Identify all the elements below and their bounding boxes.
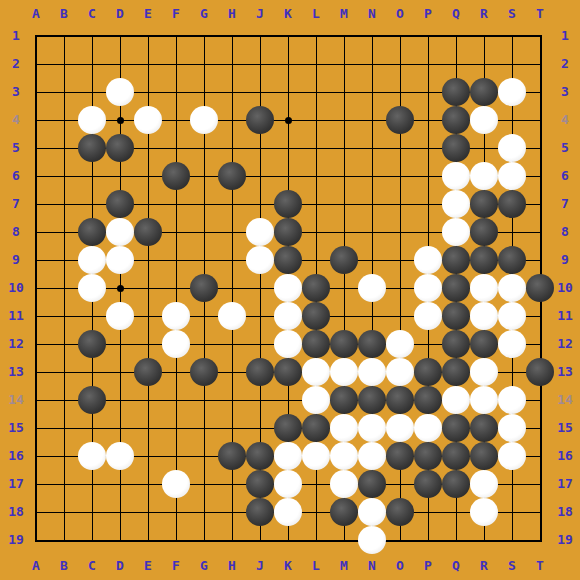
col-label-bottom-P: P — [418, 558, 438, 574]
stone-black-G10 — [190, 274, 218, 302]
col-label-top-T: T — [530, 6, 550, 22]
stone-white-R6 — [470, 162, 498, 190]
stone-black-E13 — [134, 358, 162, 386]
col-label-top-G: G — [194, 6, 214, 22]
col-label-top-R: R — [474, 6, 494, 22]
stone-black-M9 — [330, 246, 358, 274]
stone-white-Q7 — [442, 190, 470, 218]
stone-black-K8 — [274, 218, 302, 246]
stone-white-G4 — [190, 106, 218, 134]
stone-white-S15 — [498, 414, 526, 442]
col-label-bottom-B: B — [54, 558, 74, 574]
stone-black-N12 — [358, 330, 386, 358]
stone-white-N10 — [358, 274, 386, 302]
stone-white-S5 — [498, 134, 526, 162]
stone-white-D8 — [106, 218, 134, 246]
row-label-left-5: 5 — [6, 140, 26, 156]
stone-white-S12 — [498, 330, 526, 358]
col-label-top-L: L — [306, 6, 326, 22]
col-label-top-F: F — [166, 6, 186, 22]
stone-white-N15 — [358, 414, 386, 442]
stone-white-R17 — [470, 470, 498, 498]
stone-white-K12 — [274, 330, 302, 358]
col-label-top-P: P — [418, 6, 438, 22]
stone-white-O15 — [386, 414, 414, 442]
stone-white-F17 — [162, 470, 190, 498]
stone-white-N19 — [358, 526, 386, 554]
stone-black-D7 — [106, 190, 134, 218]
stone-white-S16 — [498, 442, 526, 470]
row-label-right-5: 5 — [555, 140, 575, 156]
stone-black-C8 — [78, 218, 106, 246]
col-label-top-N: N — [362, 6, 382, 22]
col-label-top-D: D — [110, 6, 130, 22]
stone-white-J8 — [246, 218, 274, 246]
stone-white-C16 — [78, 442, 106, 470]
stone-black-H16 — [218, 442, 246, 470]
row-label-left-3: 3 — [6, 84, 26, 100]
stone-white-R4 — [470, 106, 498, 134]
stone-white-R13 — [470, 358, 498, 386]
row-label-left-15: 15 — [6, 420, 26, 436]
col-label-bottom-H: H — [222, 558, 242, 574]
stone-black-Q4 — [442, 106, 470, 134]
row-label-right-6: 6 — [555, 168, 575, 184]
stone-black-S9 — [498, 246, 526, 274]
stone-black-T13 — [526, 358, 554, 386]
stone-white-S3 — [498, 78, 526, 106]
col-label-top-C: C — [82, 6, 102, 22]
stone-black-P16 — [414, 442, 442, 470]
row-label-right-17: 17 — [555, 476, 575, 492]
row-label-right-7: 7 — [555, 196, 575, 212]
row-label-right-1: 1 — [555, 28, 575, 44]
stone-black-M12 — [330, 330, 358, 358]
stone-black-H6 — [218, 162, 246, 190]
row-label-right-9: 9 — [555, 252, 575, 268]
stone-white-P9 — [414, 246, 442, 274]
stone-white-R14 — [470, 386, 498, 414]
row-label-right-2: 2 — [555, 56, 575, 72]
stone-black-O4 — [386, 106, 414, 134]
stone-white-C9 — [78, 246, 106, 274]
stone-black-K13 — [274, 358, 302, 386]
col-label-top-O: O — [390, 6, 410, 22]
row-label-left-19: 19 — [6, 532, 26, 548]
stone-black-P17 — [414, 470, 442, 498]
stone-black-Q16 — [442, 442, 470, 470]
stone-black-L10 — [302, 274, 330, 302]
col-label-bottom-J: J — [250, 558, 270, 574]
stone-white-K16 — [274, 442, 302, 470]
row-label-left-18: 18 — [6, 504, 26, 520]
row-label-right-14: 14 — [555, 392, 575, 408]
star-point-D10 — [117, 285, 124, 292]
row-label-left-17: 17 — [6, 476, 26, 492]
stone-white-D3 — [106, 78, 134, 106]
col-label-top-E: E — [138, 6, 158, 22]
stone-white-E4 — [134, 106, 162, 134]
stone-black-S7 — [498, 190, 526, 218]
stone-black-Q10 — [442, 274, 470, 302]
stone-white-C4 — [78, 106, 106, 134]
stone-black-O14 — [386, 386, 414, 414]
row-label-left-6: 6 — [6, 168, 26, 184]
col-label-bottom-E: E — [138, 558, 158, 574]
stone-white-M13 — [330, 358, 358, 386]
stone-black-C5 — [78, 134, 106, 162]
stone-white-N18 — [358, 498, 386, 526]
col-label-bottom-D: D — [110, 558, 130, 574]
row-label-right-3: 3 — [555, 84, 575, 100]
col-label-bottom-Q: Q — [446, 558, 466, 574]
stone-white-M16 — [330, 442, 358, 470]
stone-black-Q9 — [442, 246, 470, 274]
col-label-top-J: J — [250, 6, 270, 22]
row-label-left-13: 13 — [6, 364, 26, 380]
stone-white-F12 — [162, 330, 190, 358]
stone-black-C12 — [78, 330, 106, 358]
row-label-left-9: 9 — [6, 252, 26, 268]
stone-white-C10 — [78, 274, 106, 302]
stone-black-D5 — [106, 134, 134, 162]
stone-white-K17 — [274, 470, 302, 498]
stone-white-N13 — [358, 358, 386, 386]
stone-black-J13 — [246, 358, 274, 386]
stone-black-Q17 — [442, 470, 470, 498]
stone-white-S11 — [498, 302, 526, 330]
stone-black-E8 — [134, 218, 162, 246]
stone-black-Q3 — [442, 78, 470, 106]
col-label-bottom-O: O — [390, 558, 410, 574]
stone-white-K11 — [274, 302, 302, 330]
row-label-right-18: 18 — [555, 504, 575, 520]
col-label-top-S: S — [502, 6, 522, 22]
stone-white-H11 — [218, 302, 246, 330]
stone-black-M18 — [330, 498, 358, 526]
stone-white-Q6 — [442, 162, 470, 190]
stone-white-L16 — [302, 442, 330, 470]
row-label-right-11: 11 — [555, 308, 575, 324]
go-board[interactable]: AABBCCDDEEFFGGHHJJKKLLMMNNOOPPQQRRSSTT11… — [0, 0, 580, 580]
row-label-left-8: 8 — [6, 224, 26, 240]
col-label-top-A: A — [26, 6, 46, 22]
row-label-right-19: 19 — [555, 532, 575, 548]
stone-white-P10 — [414, 274, 442, 302]
row-label-left-7: 7 — [6, 196, 26, 212]
stone-white-D16 — [106, 442, 134, 470]
col-label-top-H: H — [222, 6, 242, 22]
row-label-right-12: 12 — [555, 336, 575, 352]
stone-white-O13 — [386, 358, 414, 386]
col-label-bottom-T: T — [530, 558, 550, 574]
stone-black-J18 — [246, 498, 274, 526]
stone-white-P15 — [414, 414, 442, 442]
stone-white-R18 — [470, 498, 498, 526]
stone-black-L12 — [302, 330, 330, 358]
stone-white-S14 — [498, 386, 526, 414]
stone-white-N16 — [358, 442, 386, 470]
col-label-bottom-R: R — [474, 558, 494, 574]
stone-black-Q11 — [442, 302, 470, 330]
row-label-left-12: 12 — [6, 336, 26, 352]
col-label-bottom-A: A — [26, 558, 46, 574]
stone-black-P14 — [414, 386, 442, 414]
stone-white-S10 — [498, 274, 526, 302]
stone-white-R11 — [470, 302, 498, 330]
row-label-right-13: 13 — [555, 364, 575, 380]
row-label-left-14: 14 — [6, 392, 26, 408]
row-label-left-4: 4 — [6, 112, 26, 128]
stone-white-D9 — [106, 246, 134, 274]
row-label-right-15: 15 — [555, 420, 575, 436]
col-label-bottom-S: S — [502, 558, 522, 574]
star-point-K4 — [285, 117, 292, 124]
stone-black-K9 — [274, 246, 302, 274]
row-label-left-10: 10 — [6, 280, 26, 296]
stone-black-C14 — [78, 386, 106, 414]
col-label-bottom-M: M — [334, 558, 354, 574]
row-label-left-1: 1 — [6, 28, 26, 44]
stone-white-J9 — [246, 246, 274, 274]
stone-black-Q13 — [442, 358, 470, 386]
stone-black-K15 — [274, 414, 302, 442]
stone-black-R16 — [470, 442, 498, 470]
row-label-left-11: 11 — [6, 308, 26, 324]
stone-black-R7 — [470, 190, 498, 218]
stone-white-P11 — [414, 302, 442, 330]
stone-white-O12 — [386, 330, 414, 358]
col-label-bottom-F: F — [166, 558, 186, 574]
col-label-bottom-C: C — [82, 558, 102, 574]
stone-black-Q12 — [442, 330, 470, 358]
stone-white-M17 — [330, 470, 358, 498]
stone-black-R9 — [470, 246, 498, 274]
stone-white-L14 — [302, 386, 330, 414]
stone-black-K7 — [274, 190, 302, 218]
stone-white-Q8 — [442, 218, 470, 246]
row-label-right-8: 8 — [555, 224, 575, 240]
stone-white-K18 — [274, 498, 302, 526]
col-label-top-K: K — [278, 6, 298, 22]
stone-white-Q14 — [442, 386, 470, 414]
stone-black-R12 — [470, 330, 498, 358]
stone-black-J4 — [246, 106, 274, 134]
stone-black-J16 — [246, 442, 274, 470]
row-label-left-16: 16 — [6, 448, 26, 464]
stone-black-G13 — [190, 358, 218, 386]
stone-white-M15 — [330, 414, 358, 442]
row-label-right-4: 4 — [555, 112, 575, 128]
stone-black-R3 — [470, 78, 498, 106]
stone-white-S6 — [498, 162, 526, 190]
row-label-right-16: 16 — [555, 448, 575, 464]
stone-black-Q15 — [442, 414, 470, 442]
stone-black-J17 — [246, 470, 274, 498]
col-label-bottom-N: N — [362, 558, 382, 574]
stone-black-M14 — [330, 386, 358, 414]
stone-white-F11 — [162, 302, 190, 330]
stone-black-L11 — [302, 302, 330, 330]
col-label-bottom-K: K — [278, 558, 298, 574]
stone-black-R8 — [470, 218, 498, 246]
stone-black-N14 — [358, 386, 386, 414]
stone-black-T10 — [526, 274, 554, 302]
stone-white-K10 — [274, 274, 302, 302]
star-point-D4 — [117, 117, 124, 124]
stone-white-L13 — [302, 358, 330, 386]
row-label-right-10: 10 — [555, 280, 575, 296]
col-label-bottom-L: L — [306, 558, 326, 574]
stone-black-F6 — [162, 162, 190, 190]
col-label-top-Q: Q — [446, 6, 466, 22]
stone-black-O16 — [386, 442, 414, 470]
stone-black-O18 — [386, 498, 414, 526]
row-label-left-2: 2 — [6, 56, 26, 72]
col-label-top-M: M — [334, 6, 354, 22]
stone-black-P13 — [414, 358, 442, 386]
stone-black-N17 — [358, 470, 386, 498]
col-label-bottom-G: G — [194, 558, 214, 574]
stone-white-R10 — [470, 274, 498, 302]
stone-black-R15 — [470, 414, 498, 442]
stone-black-L15 — [302, 414, 330, 442]
col-label-top-B: B — [54, 6, 74, 22]
stone-white-D11 — [106, 302, 134, 330]
stone-black-Q5 — [442, 134, 470, 162]
